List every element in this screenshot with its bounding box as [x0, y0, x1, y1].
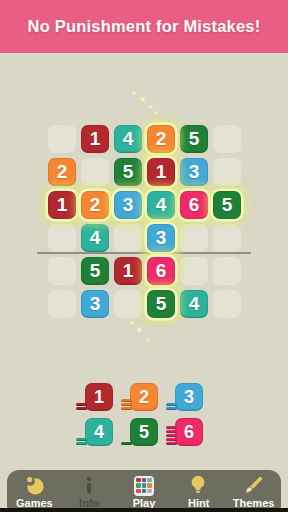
board-tile-3[interactable]: 3 [180, 158, 208, 186]
sparkle-dot [141, 98, 144, 101]
board-tile-5[interactable]: 5 [81, 257, 109, 285]
board-tile-1[interactable]: 1 [81, 125, 109, 153]
board-cell-empty[interactable] [213, 158, 241, 186]
tray-tile-face-5: 5 [130, 418, 158, 446]
tray-tile-2[interactable]: 2 [130, 383, 158, 411]
game-screen: No Punishment for Mistakes! 142525131234… [0, 0, 288, 512]
info-icon [78, 474, 101, 497]
sparkle-dot [133, 92, 135, 94]
tray-tile-1[interactable]: 1 [85, 383, 113, 411]
hint-bulb-icon [187, 474, 210, 497]
play-grid-icon [134, 474, 154, 497]
tray-tile-6[interactable]: 6 [175, 418, 203, 446]
board-tile-3[interactable]: 3 [147, 224, 175, 252]
board-cell-empty[interactable] [48, 257, 76, 285]
board-cell-empty[interactable] [180, 224, 208, 252]
board-tile-5[interactable]: 5 [114, 158, 142, 186]
promo-banner-text: No Punishment for Mistakes! [28, 17, 261, 36]
sparkle-dot [150, 106, 152, 108]
promo-banner: No Punishment for Mistakes! [0, 0, 288, 53]
tray-tile-face-2: 2 [130, 383, 158, 411]
tray-tile-4[interactable]: 4 [85, 418, 113, 446]
tray-tile-face-4: 4 [85, 418, 113, 446]
tray-tile-face-6: 6 [175, 418, 203, 446]
board-tile-2[interactable]: 2 [48, 158, 76, 186]
sparkle-dot [155, 112, 157, 114]
board-tile-2[interactable]: 2 [81, 191, 109, 219]
board-tile-4[interactable]: 4 [147, 191, 175, 219]
board-cell-empty[interactable] [213, 125, 241, 153]
board-tile-5[interactable]: 5 [180, 125, 208, 153]
board-tile-5[interactable]: 5 [213, 191, 241, 219]
board-tile-4[interactable]: 4 [81, 224, 109, 252]
tray-tile-3[interactable]: 3 [175, 383, 203, 411]
board-cell-empty[interactable] [48, 125, 76, 153]
board-tile-3[interactable]: 3 [81, 290, 109, 318]
board-tile-6[interactable]: 6 [180, 191, 208, 219]
board-cell-empty[interactable] [114, 224, 142, 252]
tray-remaining-stack [166, 426, 177, 445]
nav-item-info[interactable]: Info [62, 470, 117, 512]
board-tile-4[interactable]: 4 [114, 125, 142, 153]
nav-item-hint[interactable]: Hint [171, 470, 226, 512]
themes-brush-icon [242, 474, 265, 497]
tray-remaining-stack [121, 442, 132, 445]
board-cell-empty[interactable] [48, 224, 76, 252]
board-cell-empty[interactable] [81, 158, 109, 186]
tray-remaining-stack [121, 399, 132, 410]
sparkle-dot [131, 322, 133, 324]
tray-tile-face-1: 1 [85, 383, 113, 411]
screen-bottom-strip [0, 508, 288, 512]
nav-item-themes[interactable]: Themes [226, 470, 281, 512]
board-tile-3[interactable]: 3 [114, 191, 142, 219]
tray-remaining-stack [76, 438, 87, 445]
board-tile-1[interactable]: 1 [147, 158, 175, 186]
board-tile-1[interactable]: 1 [48, 191, 76, 219]
board-tile-4[interactable]: 4 [180, 290, 208, 318]
board-tile-2[interactable]: 2 [147, 125, 175, 153]
board-tile-5[interactable]: 5 [147, 290, 175, 318]
board-cell-empty[interactable] [213, 257, 241, 285]
nav-item-games[interactable]: Games [7, 470, 62, 512]
bottom-nav-bar: Games Info Play [7, 470, 281, 512]
sparkle-dot [147, 339, 149, 341]
sudoku-board: 1425251312346543516354 [48, 125, 241, 318]
board-cell-empty[interactable] [114, 290, 142, 318]
board-tile-1[interactable]: 1 [114, 257, 142, 285]
tray-remaining-stack [166, 403, 177, 410]
games-icon [23, 474, 46, 497]
number-tray: 123456 [0, 383, 288, 453]
nav-item-play[interactable]: Play [117, 470, 172, 512]
sparkle-dot [138, 328, 141, 331]
board-cell-empty[interactable] [213, 224, 241, 252]
tray-remaining-stack [76, 403, 87, 410]
board-cell-empty[interactable] [48, 290, 76, 318]
board-cell-empty[interactable] [180, 257, 208, 285]
board-tile-6[interactable]: 6 [147, 257, 175, 285]
tray-tile-5[interactable]: 5 [130, 418, 158, 446]
tray-tile-face-3: 3 [175, 383, 203, 411]
board-cell-empty[interactable] [213, 290, 241, 318]
